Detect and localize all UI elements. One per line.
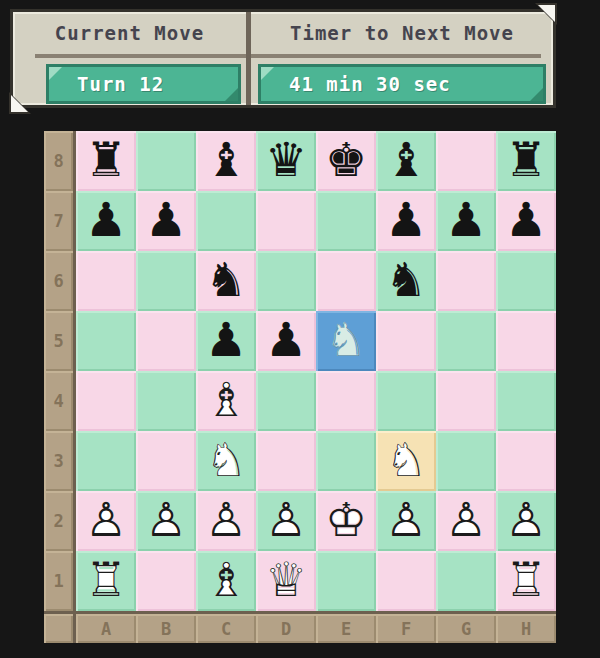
square-b5[interactable] — [136, 311, 196, 371]
piece-outline: ♙ — [196, 491, 256, 551]
square-d2[interactable]: ♟♙ — [256, 491, 316, 551]
white-pawn[interactable]: ♟♙ — [256, 491, 316, 551]
piece-outline: ♙ — [376, 491, 436, 551]
file-label-h: H — [496, 611, 556, 643]
white-pawn[interactable]: ♟♙ — [376, 491, 436, 551]
square-b7[interactable]: ♟ — [136, 191, 196, 251]
square-f7[interactable]: ♟ — [376, 191, 436, 251]
square-h6[interactable] — [496, 251, 556, 311]
square-b6[interactable] — [136, 251, 196, 311]
ghost-white-knight[interactable]: ♞♘ — [316, 311, 376, 371]
black-pawn[interactable]: ♟ — [76, 191, 136, 251]
square-a8[interactable]: ♜ — [76, 131, 136, 191]
square-e3[interactable] — [316, 431, 376, 491]
white-knight[interactable]: ♞♘ — [196, 431, 256, 491]
square-d6[interactable] — [256, 251, 316, 311]
square-c3[interactable]: ♞♘ — [196, 431, 256, 491]
info-panel: Current Move Timer to Next Move Turn 12 … — [10, 9, 556, 108]
piece-fill: ♟ — [436, 191, 496, 251]
square-b1[interactable] — [136, 551, 196, 611]
black-pawn[interactable]: ♟ — [376, 191, 436, 251]
square-a2[interactable]: ♟♙ — [76, 491, 136, 551]
piece-outline: ♗ — [196, 551, 256, 611]
rank-label-3: 3 — [44, 431, 76, 491]
square-g5[interactable] — [436, 311, 496, 371]
piece-outline: ♘ — [196, 431, 256, 491]
white-rook[interactable]: ♜♖ — [496, 551, 556, 611]
black-bishop[interactable]: ♝ — [196, 131, 256, 191]
white-pawn[interactable]: ♟♙ — [496, 491, 556, 551]
square-f8[interactable]: ♝ — [376, 131, 436, 191]
square-h2[interactable]: ♟♙ — [496, 491, 556, 551]
move-timer: 41 min 30 sec — [258, 64, 546, 104]
square-h4[interactable] — [496, 371, 556, 431]
square-c8[interactable]: ♝ — [196, 131, 256, 191]
piece-fill: ♞ — [376, 251, 436, 311]
rank-label-8: 8 — [44, 131, 76, 191]
square-e1[interactable] — [316, 551, 376, 611]
white-knight[interactable]: ♞♘ — [376, 431, 436, 491]
square-f2[interactable]: ♟♙ — [376, 491, 436, 551]
square-g4[interactable] — [436, 371, 496, 431]
piece-outline: ♙ — [76, 491, 136, 551]
current-move-label: Current Move — [13, 12, 246, 54]
black-pawn[interactable]: ♟ — [196, 311, 256, 371]
square-h3[interactable] — [496, 431, 556, 491]
piece-fill: ♞ — [196, 251, 256, 311]
square-a4[interactable] — [76, 371, 136, 431]
square-g3[interactable] — [436, 431, 496, 491]
square-d1[interactable]: ♛♕ — [256, 551, 316, 611]
piece-fill: ♟ — [196, 311, 256, 371]
square-c7[interactable] — [196, 191, 256, 251]
piece-outline: ♘ — [316, 311, 376, 371]
square-a1[interactable]: ♜♖ — [76, 551, 136, 611]
piece-outline: ♘ — [376, 431, 436, 491]
square-f3[interactable]: ♞♘ — [376, 431, 436, 491]
piece-fill: ♛ — [256, 131, 316, 191]
square-e4[interactable] — [316, 371, 376, 431]
square-b2[interactable]: ♟♙ — [136, 491, 196, 551]
square-a5[interactable] — [76, 311, 136, 371]
file-label-b: B — [136, 611, 196, 643]
piece-fill: ♝ — [376, 131, 436, 191]
piece-outline: ♖ — [496, 551, 556, 611]
white-pawn[interactable]: ♟♙ — [196, 491, 256, 551]
square-a7[interactable]: ♟ — [76, 191, 136, 251]
piece-fill: ♟ — [256, 311, 316, 371]
rank-label-7: 7 — [44, 191, 76, 251]
piece-fill: ♝ — [196, 131, 256, 191]
black-king[interactable]: ♚ — [316, 131, 376, 191]
black-queen[interactable]: ♛ — [256, 131, 316, 191]
square-g6[interactable] — [436, 251, 496, 311]
black-pawn[interactable]: ♟ — [496, 191, 556, 251]
white-rook[interactable]: ♜♖ — [76, 551, 136, 611]
piece-fill: ♜ — [76, 131, 136, 191]
piece-outline: ♖ — [76, 551, 136, 611]
square-c6[interactable]: ♞ — [196, 251, 256, 311]
square-d4[interactable] — [256, 371, 316, 431]
rank-label-4: 4 — [44, 371, 76, 431]
square-f1[interactable] — [376, 551, 436, 611]
square-a3[interactable] — [76, 431, 136, 491]
black-knight[interactable]: ♞ — [376, 251, 436, 311]
square-f6[interactable]: ♞ — [376, 251, 436, 311]
white-pawn[interactable]: ♟♙ — [76, 491, 136, 551]
black-pawn[interactable]: ♟ — [436, 191, 496, 251]
piece-outline: ♙ — [256, 491, 316, 551]
timer-label: Timer to Next Move — [251, 12, 553, 54]
square-c4[interactable]: ♝♗ — [196, 371, 256, 431]
piece-fill: ♚ — [316, 131, 376, 191]
square-c2[interactable]: ♟♙ — [196, 491, 256, 551]
square-d5[interactable]: ♟ — [256, 311, 316, 371]
piece-outline: ♔ — [316, 491, 376, 551]
black-bishop[interactable]: ♝ — [376, 131, 436, 191]
piece-outline: ♗ — [196, 371, 256, 431]
black-rook[interactable]: ♜ — [496, 131, 556, 191]
piece-fill: ♟ — [136, 191, 196, 251]
file-label-e: E — [316, 611, 376, 643]
black-pawn[interactable]: ♟ — [256, 311, 316, 371]
square-g7[interactable]: ♟ — [436, 191, 496, 251]
square-f4[interactable] — [376, 371, 436, 431]
square-b4[interactable] — [136, 371, 196, 431]
piece-fill: ♟ — [376, 191, 436, 251]
square-d7[interactable] — [256, 191, 316, 251]
white-queen[interactable]: ♛♕ — [256, 551, 316, 611]
piece-outline: ♙ — [496, 491, 556, 551]
file-label-a: A — [76, 611, 136, 643]
turn-counter: Turn 12 — [46, 64, 241, 104]
square-c5[interactable]: ♟ — [196, 311, 256, 371]
square-f5[interactable] — [376, 311, 436, 371]
file-label-g: G — [436, 611, 496, 643]
square-c1[interactable]: ♝♗ — [196, 551, 256, 611]
piece-outline: ♙ — [136, 491, 196, 551]
square-g8[interactable] — [436, 131, 496, 191]
square-g2[interactable]: ♟♙ — [436, 491, 496, 551]
chess-board: 8♜♝♛♚♝♜7♟♟♟♟♟6♞♞5♟♟♞♘4♝♗3♞♘♞♘2♟♙♟♙♟♙♟♙♚♔… — [44, 131, 556, 643]
square-h5[interactable] — [496, 311, 556, 371]
divider — [35, 54, 541, 58]
rank-label-5: 5 — [44, 311, 76, 371]
square-e7[interactable] — [316, 191, 376, 251]
square-g1[interactable] — [436, 551, 496, 611]
black-knight[interactable]: ♞ — [196, 251, 256, 311]
square-e5[interactable]: ♞♘ — [316, 311, 376, 371]
square-d8[interactable]: ♛ — [256, 131, 316, 191]
file-label-c: C — [196, 611, 256, 643]
piece-fill: ♟ — [496, 191, 556, 251]
square-b8[interactable] — [136, 131, 196, 191]
piece-fill: ♜ — [496, 131, 556, 191]
file-label-f: F — [376, 611, 436, 643]
square-a6[interactable] — [76, 251, 136, 311]
square-d3[interactable] — [256, 431, 316, 491]
square-h8[interactable]: ♜ — [496, 131, 556, 191]
square-h7[interactable]: ♟ — [496, 191, 556, 251]
white-pawn[interactable]: ♟♙ — [436, 491, 496, 551]
panel-value-row: Turn 12 41 min 30 sec — [13, 62, 553, 105]
panel-label-row: Current Move Timer to Next Move — [13, 12, 553, 54]
board-corner-cell — [44, 611, 76, 643]
white-bishop[interactable]: ♝♗ — [196, 371, 256, 431]
square-e6[interactable] — [316, 251, 376, 311]
square-e8[interactable]: ♚ — [316, 131, 376, 191]
rank-label-1: 1 — [44, 551, 76, 611]
black-rook[interactable]: ♜ — [76, 131, 136, 191]
square-b3[interactable] — [136, 431, 196, 491]
piece-outline: ♙ — [436, 491, 496, 551]
white-king[interactable]: ♚♔ — [316, 491, 376, 551]
rank-label-2: 2 — [44, 491, 76, 551]
piece-fill: ♟ — [76, 191, 136, 251]
square-h1[interactable]: ♜♖ — [496, 551, 556, 611]
piece-outline: ♕ — [256, 551, 316, 611]
white-bishop[interactable]: ♝♗ — [196, 551, 256, 611]
white-pawn[interactable]: ♟♙ — [136, 491, 196, 551]
file-label-d: D — [256, 611, 316, 643]
black-pawn[interactable]: ♟ — [136, 191, 196, 251]
rank-label-6: 6 — [44, 251, 76, 311]
square-e2[interactable]: ♚♔ — [316, 491, 376, 551]
